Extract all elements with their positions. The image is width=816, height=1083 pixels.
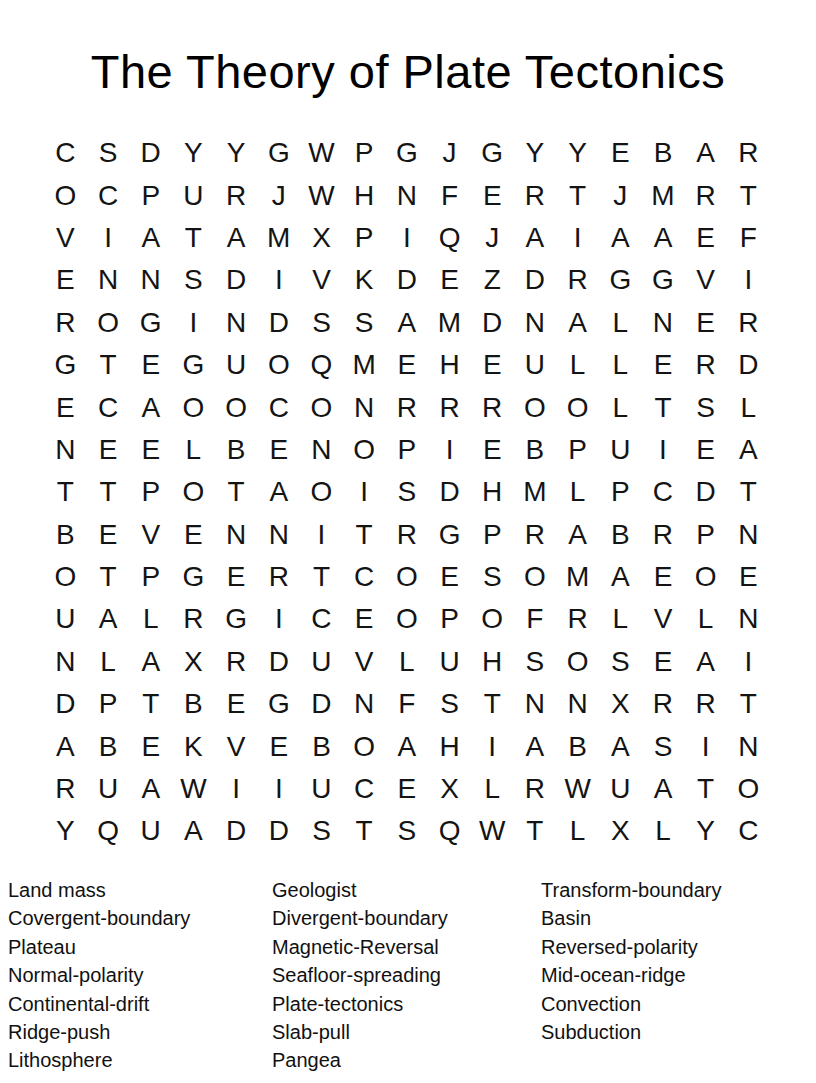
word-list-item: Convection [541,990,721,1018]
grid-cell-r12c11: O [471,598,514,640]
grid-cell-r13c9: L [386,641,429,683]
grid-cell-r7c9: R [386,386,429,428]
grid-cell-r9c13: L [556,471,599,513]
word-list-item: Magnetic-Reversal [272,933,448,961]
word-list-item: Basin [541,904,721,932]
word-list-item: Plateau [8,933,190,961]
grid-cell-r5c8: S [343,302,386,344]
word-list-column-2: GeologistDivergent-boundaryMagnetic-Reve… [272,876,448,1075]
grid-cell-r2c8: H [343,174,386,216]
grid-cell-r13c5: R [215,641,258,683]
grid-cell-r15c15: S [642,725,685,767]
grid-cell-r15c4: K [172,725,215,767]
grid-cell-r17c6: D [257,810,300,852]
grid-cell-r4c12: D [514,259,557,301]
grid-cell-r7c5: O [215,386,258,428]
grid-cell-r15c16: I [684,725,727,767]
grid-cell-r16c9: E [386,768,429,810]
grid-cell-r16c16: T [684,768,727,810]
grid-cell-r11c14: A [599,556,642,598]
grid-cell-r8c14: U [599,429,642,471]
grid-cell-r10c15: R [642,514,685,556]
grid-cell-r16c10: X [428,768,471,810]
grid-cell-r3c11: J [471,217,514,259]
grid-cell-r15c13: B [556,725,599,767]
grid-cell-r3c2: I [87,217,130,259]
grid-cell-r12c13: R [556,598,599,640]
grid-cell-r15c17: N [727,725,770,767]
grid-cell-r1c3: D [129,132,172,174]
grid-cell-r7c16: S [684,386,727,428]
word-search-page: The Theory of Plate Tectonics CSDYYGWPGJ… [0,0,816,1083]
grid-cell-r6c14: L [599,344,642,386]
grid-cell-r11c7: T [300,556,343,598]
grid-cell-r14c3: T [129,683,172,725]
grid-cell-r11c11: S [471,556,514,598]
grid-cell-r17c12: T [514,810,557,852]
grid-cell-r14c17: T [727,683,770,725]
grid-cell-r12c2: A [87,598,130,640]
grid-cell-r9c17: T [727,471,770,513]
grid-cell-r6c11: E [471,344,514,386]
grid-cell-r17c7: S [300,810,343,852]
grid-cell-r4c6: I [257,259,300,301]
grid-cell-r4c10: E [428,259,471,301]
grid-cell-r3c14: A [599,217,642,259]
grid-cell-r11c13: M [556,556,599,598]
grid-cell-r14c1: D [44,683,87,725]
grid-cell-r17c9: S [386,810,429,852]
grid-cell-r15c12: A [514,725,557,767]
grid-cell-r5c3: G [129,302,172,344]
grid-cell-r2c9: N [386,174,429,216]
grid-cell-r8c15: I [642,429,685,471]
grid-cell-r14c14: X [599,683,642,725]
word-list-column-3: Transform-boundaryBasinReversed-polarity… [541,876,721,1046]
grid-cell-r2c5: R [215,174,258,216]
grid-cell-r5c6: D [257,302,300,344]
grid-cell-r7c10: R [428,386,471,428]
grid-cell-r17c8: T [343,810,386,852]
grid-cell-r3c15: A [642,217,685,259]
grid-cell-r11c6: R [257,556,300,598]
grid-cell-r13c3: A [129,641,172,683]
grid-cell-r13c4: X [172,641,215,683]
word-list-item: Lithosphere [8,1046,190,1074]
grid-cell-r7c11: R [471,386,514,428]
grid-cell-r8c4: L [172,429,215,471]
grid-cell-r4c3: N [129,259,172,301]
grid-cell-r2c11: E [471,174,514,216]
grid-cell-r13c7: U [300,641,343,683]
grid-cell-r10c11: P [471,514,514,556]
grid-cell-r15c10: H [428,725,471,767]
grid-cell-r1c8: P [343,132,386,174]
grid-cell-r5c12: N [514,302,557,344]
grid-cell-r12c1: U [44,598,87,640]
grid-cell-r1c6: G [257,132,300,174]
grid-cell-r4c17: I [727,259,770,301]
word-list-item: Transform-boundary [541,876,721,904]
grid-cell-r1c1: C [44,132,87,174]
grid-cell-r6c1: G [44,344,87,386]
grid-cell-r9c9: S [386,471,429,513]
grid-cell-r14c9: F [386,683,429,725]
word-list-item: Ridge-push [8,1018,190,1046]
grid-cell-r10c4: E [172,514,215,556]
grid-cell-r1c9: G [386,132,429,174]
grid-cell-r14c12: N [514,683,557,725]
word-list-item: Pangea [272,1046,448,1074]
grid-cell-r10c8: T [343,514,386,556]
grid-cell-r3c5: A [215,217,258,259]
grid-cell-r8c1: N [44,429,87,471]
grid-cell-r1c17: R [727,132,770,174]
grid-cell-r1c15: B [642,132,685,174]
grid-cell-r15c14: A [599,725,642,767]
grid-cell-r12c9: O [386,598,429,640]
grid-cell-r4c13: R [556,259,599,301]
grid-cell-r9c7: O [300,471,343,513]
grid-cell-r9c12: M [514,471,557,513]
grid-cell-r5c11: D [471,302,514,344]
grid-cell-r12c4: R [172,598,215,640]
grid-cell-r13c10: U [428,641,471,683]
grid-cell-r6c5: U [215,344,258,386]
grid-cell-r15c1: A [44,725,87,767]
grid-cell-r6c13: L [556,344,599,386]
grid-cell-r11c4: G [172,556,215,598]
grid-cell-r3c10: Q [428,217,471,259]
word-list-item: Land mass [8,876,190,904]
grid-cell-r14c16: R [684,683,727,725]
grid-cell-r12c15: V [642,598,685,640]
word-list-item: Slab-pull [272,1018,448,1046]
grid-cell-r17c15: L [642,810,685,852]
grid-cell-r10c16: P [684,514,727,556]
word-list-item: Mid-ocean-ridge [541,961,721,989]
grid-cell-r1c4: Y [172,132,215,174]
grid-cell-r11c10: E [428,556,471,598]
grid-cell-r11c15: E [642,556,685,598]
grid-cell-r2c3: P [129,174,172,216]
grid-cell-r12c10: P [428,598,471,640]
grid-cell-r4c14: G [599,259,642,301]
grid-cell-r8c11: E [471,429,514,471]
grid-cell-r4c2: N [87,259,130,301]
grid-cell-r12c17: N [727,598,770,640]
grid-cell-r12c8: E [343,598,386,640]
grid-cell-r7c6: C [257,386,300,428]
grid-cell-r14c15: R [642,683,685,725]
word-list-item: Continental-drift [8,990,190,1018]
grid-cell-r6c4: G [172,344,215,386]
grid-cell-r15c5: V [215,725,258,767]
grid-cell-r15c9: A [386,725,429,767]
grid-cell-r5c13: A [556,302,599,344]
grid-cell-r17c14: X [599,810,642,852]
grid-cell-r6c12: U [514,344,557,386]
grid-cell-r1c11: G [471,132,514,174]
grid-cell-r10c14: B [599,514,642,556]
grid-cell-r4c7: V [300,259,343,301]
grid-cell-r13c15: E [642,641,685,683]
word-list-item: Plate-tectonics [272,990,448,1018]
grid-cell-r3c1: V [44,217,87,259]
grid-cell-r8c13: P [556,429,599,471]
grid-cell-r1c13: Y [556,132,599,174]
grid-cell-r7c13: O [556,386,599,428]
grid-cell-r14c8: N [343,683,386,725]
grid-cell-r8c2: E [87,429,130,471]
grid-cell-r11c3: P [129,556,172,598]
grid-cell-r2c17: T [727,174,770,216]
grid-cell-r6c15: E [642,344,685,386]
grid-cell-r3c3: A [129,217,172,259]
grid-cell-r14c11: T [471,683,514,725]
grid-cell-r6c8: M [343,344,386,386]
grid-cell-r4c15: G [642,259,685,301]
grid-cell-r2c15: M [642,174,685,216]
grid-cell-r5c2: O [87,302,130,344]
grid-cell-r9c16: D [684,471,727,513]
grid-cell-r13c8: V [343,641,386,683]
grid-cell-r1c2: S [87,132,130,174]
grid-cell-r10c10: G [428,514,471,556]
grid-cell-r16c4: W [172,768,215,810]
grid-cell-r13c16: A [684,641,727,683]
grid-cell-r5c4: I [172,302,215,344]
grid-cell-r9c1: T [44,471,87,513]
grid-cell-r7c1: E [44,386,87,428]
grid-cell-r11c17: E [727,556,770,598]
grid-cell-r12c14: L [599,598,642,640]
grid-cell-r12c16: L [684,598,727,640]
grid-cell-r12c12: F [514,598,557,640]
grid-cell-r1c5: Y [215,132,258,174]
grid-cell-r10c3: V [129,514,172,556]
grid-cell-r8c17: A [727,429,770,471]
grid-cell-r5c7: S [300,302,343,344]
grid-cell-r14c5: E [215,683,258,725]
word-list-item: Normal-polarity [8,961,190,989]
grid-cell-r11c16: O [684,556,727,598]
grid-cell-r7c17: L [727,386,770,428]
grid-cell-r6c7: Q [300,344,343,386]
grid-cell-r16c3: A [129,768,172,810]
grid-cell-r16c6: I [257,768,300,810]
grid-cell-r15c6: E [257,725,300,767]
grid-cell-r3c7: X [300,217,343,259]
grid-cell-r12c6: I [257,598,300,640]
grid-cell-r16c2: U [87,768,130,810]
grid-cell-r5c5: N [215,302,258,344]
grid-cell-r2c14: J [599,174,642,216]
grid-cell-r11c1: O [44,556,87,598]
grid-cell-r8c8: O [343,429,386,471]
grid-cell-r8c6: E [257,429,300,471]
grid-cell-r17c1: Y [44,810,87,852]
grid-cell-r13c2: L [87,641,130,683]
grid-cell-r12c5: G [215,598,258,640]
grid-cell-r10c12: R [514,514,557,556]
grid-cell-r14c10: S [428,683,471,725]
grid-cell-r15c8: O [343,725,386,767]
grid-cell-r10c2: E [87,514,130,556]
grid-cell-r11c2: T [87,556,130,598]
grid-cell-r2c2: C [87,174,130,216]
grid-cell-r6c9: E [386,344,429,386]
grid-cell-r4c16: V [684,259,727,301]
grid-cell-r2c16: R [684,174,727,216]
grid-cell-r17c11: W [471,810,514,852]
letter-grid: CSDYYGWPGJGYYEBAROCPURJWHNFERTJMRTVIATAM… [44,132,770,853]
grid-cell-r10c7: I [300,514,343,556]
grid-cell-r7c14: L [599,386,642,428]
grid-cell-r2c10: F [428,174,471,216]
grid-cell-r7c3: A [129,386,172,428]
grid-cell-r9c2: T [87,471,130,513]
grid-cell-r4c8: K [343,259,386,301]
grid-cell-r17c17: C [727,810,770,852]
grid-cell-r12c3: L [129,598,172,640]
grid-cell-r10c5: N [215,514,258,556]
grid-cell-r2c6: J [257,174,300,216]
grid-cell-r16c1: R [44,768,87,810]
grid-cell-r11c8: C [343,556,386,598]
grid-cell-r16c5: I [215,768,258,810]
grid-cell-r1c16: A [684,132,727,174]
grid-cell-r14c4: B [172,683,215,725]
grid-cell-r3c13: I [556,217,599,259]
grid-cell-r16c17: O [727,768,770,810]
grid-cell-r13c6: D [257,641,300,683]
grid-cell-r8c7: N [300,429,343,471]
grid-cell-r15c11: I [471,725,514,767]
grid-cell-r14c13: N [556,683,599,725]
grid-cell-r9c4: O [172,471,215,513]
grid-cell-r15c3: E [129,725,172,767]
grid-cell-r8c3: E [129,429,172,471]
grid-cell-r8c10: I [428,429,471,471]
grid-cell-r7c2: C [87,386,130,428]
grid-cell-r6c2: T [87,344,130,386]
grid-cell-r7c4: O [172,386,215,428]
word-list-item: Reversed-polarity [541,933,721,961]
grid-cell-r9c11: H [471,471,514,513]
grid-cell-r4c1: E [44,259,87,301]
word-list-column-1: Land massCovergent-boundaryPlateauNormal… [8,876,190,1075]
grid-cell-r5c16: E [684,302,727,344]
grid-cell-r12c7: C [300,598,343,640]
grid-cell-r16c15: A [642,768,685,810]
grid-cell-r3c12: A [514,217,557,259]
grid-cell-r10c17: N [727,514,770,556]
grid-cell-r5c9: A [386,302,429,344]
grid-cell-r2c7: W [300,174,343,216]
grid-cell-r8c16: E [684,429,727,471]
grid-cell-r2c13: T [556,174,599,216]
word-list-item: Covergent-boundary [8,904,190,932]
grid-cell-r16c11: L [471,768,514,810]
grid-cell-r16c7: U [300,768,343,810]
grid-cell-r16c13: W [556,768,599,810]
grid-cell-r10c6: N [257,514,300,556]
grid-cell-r5c1: R [44,302,87,344]
grid-cell-r14c6: G [257,683,300,725]
grid-cell-r8c12: B [514,429,557,471]
grid-cell-r14c2: P [87,683,130,725]
grid-cell-r4c11: Z [471,259,514,301]
grid-cell-r6c3: E [129,344,172,386]
grid-cell-r5c14: L [599,302,642,344]
grid-cell-r11c9: O [386,556,429,598]
grid-cell-r13c14: S [599,641,642,683]
grid-cell-r4c4: S [172,259,215,301]
grid-cell-r9c14: P [599,471,642,513]
grid-cell-r3c4: T [172,217,215,259]
grid-cell-r5c15: N [642,302,685,344]
grid-cell-r15c7: B [300,725,343,767]
grid-cell-r3c17: F [727,217,770,259]
grid-cell-r3c8: P [343,217,386,259]
grid-cell-r10c1: B [44,514,87,556]
grid-cell-r1c10: J [428,132,471,174]
grid-cell-r17c16: Y [684,810,727,852]
grid-cell-r6c6: O [257,344,300,386]
grid-cell-r10c13: A [556,514,599,556]
word-list-item: Geologist [272,876,448,904]
grid-cell-r1c14: E [599,132,642,174]
grid-cell-r6c16: R [684,344,727,386]
grid-cell-r7c15: T [642,386,685,428]
grid-cell-r4c9: D [386,259,429,301]
grid-cell-r17c10: Q [428,810,471,852]
grid-cell-r13c17: I [727,641,770,683]
grid-cell-r9c10: D [428,471,471,513]
grid-cell-r8c9: P [386,429,429,471]
grid-cell-r13c11: H [471,641,514,683]
grid-cell-r10c9: R [386,514,429,556]
grid-cell-r9c5: T [215,471,258,513]
grid-cell-r17c5: D [215,810,258,852]
grid-cell-r9c15: C [642,471,685,513]
grid-cell-r15c2: B [87,725,130,767]
grid-cell-r9c3: P [129,471,172,513]
grid-cell-r7c7: O [300,386,343,428]
grid-cell-r13c13: O [556,641,599,683]
grid-cell-r3c6: M [257,217,300,259]
grid-cell-r2c4: U [172,174,215,216]
grid-cell-r11c12: O [514,556,557,598]
grid-cell-r16c8: C [343,768,386,810]
grid-cell-r8c5: B [215,429,258,471]
word-list-item: Seafloor-spreading [272,961,448,989]
grid-cell-r2c12: R [514,174,557,216]
grid-cell-r16c14: U [599,768,642,810]
grid-cell-r11c5: E [215,556,258,598]
grid-cell-r5c17: R [727,302,770,344]
word-list-item: Divergent-boundary [272,904,448,932]
grid-cell-r6c17: D [727,344,770,386]
grid-cell-r17c3: U [129,810,172,852]
grid-cell-r7c8: N [343,386,386,428]
grid-cell-r17c2: Q [87,810,130,852]
grid-cell-r7c12: O [514,386,557,428]
grid-cell-r3c9: I [386,217,429,259]
grid-cell-r6c10: H [428,344,471,386]
grid-cell-r2c1: O [44,174,87,216]
